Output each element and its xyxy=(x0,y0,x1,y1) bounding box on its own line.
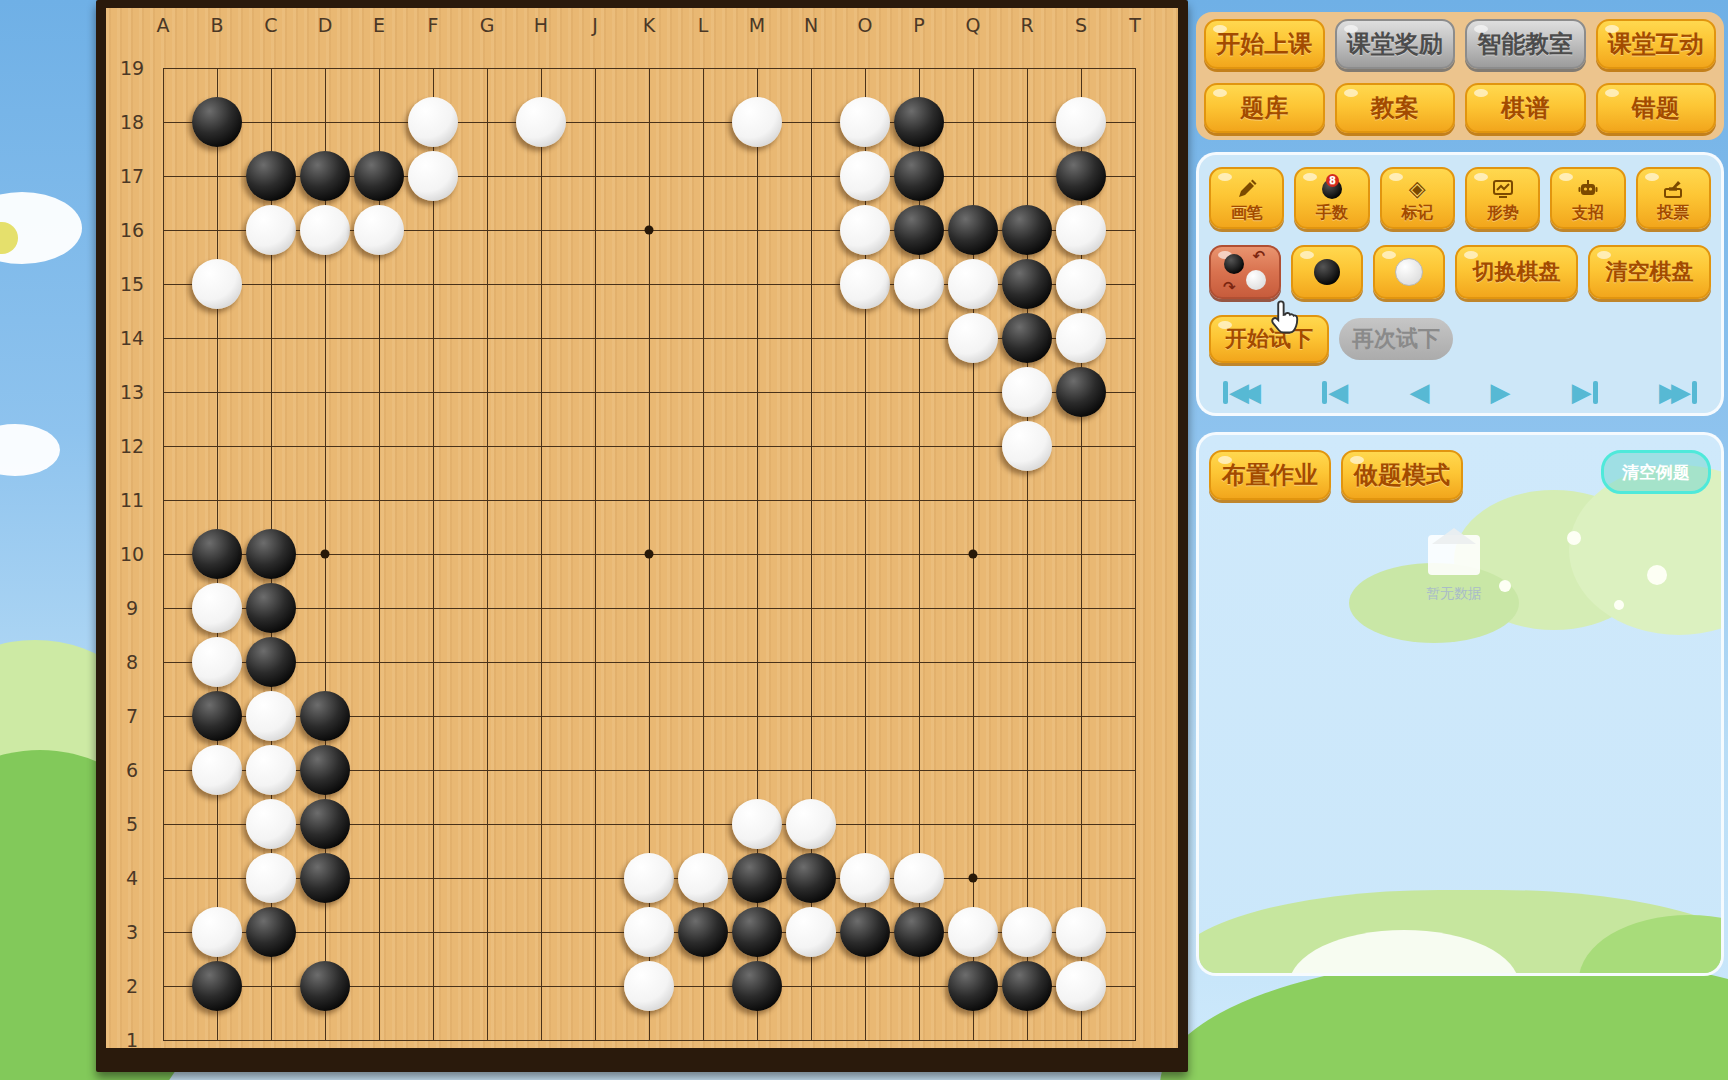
col-label-L: L xyxy=(698,14,709,36)
stone-black-L3[interactable] xyxy=(678,907,728,957)
stone-black-C10[interactable] xyxy=(246,529,296,579)
empty-envelope-icon xyxy=(1428,535,1480,575)
next-branch-icon[interactable]: ▶ xyxy=(1572,379,1598,405)
tools-row-stones: ↶↷ 切换棋盘 清空棋盘 xyxy=(1209,245,1711,299)
mark-label: 标记 xyxy=(1401,203,1433,224)
goban-stones[interactable] xyxy=(136,41,1162,1067)
start-class-button[interactable]: 开始上课 xyxy=(1204,19,1325,69)
mark-button[interactable]: ◈ 标记 xyxy=(1380,167,1455,229)
move-count-icon: 8 xyxy=(1322,177,1342,201)
place-black-button[interactable] xyxy=(1291,245,1363,299)
stone-white-C6[interactable] xyxy=(246,745,296,795)
stone-white-C7[interactable] xyxy=(246,691,296,741)
stone-white-Q15[interactable] xyxy=(948,259,998,309)
go-board[interactable]: ABCDEFGHJKLMNOPQRST 19181716151413121110… xyxy=(96,0,1188,1072)
stone-white-Q3[interactable] xyxy=(948,907,998,957)
stone-white-C16[interactable] xyxy=(246,205,296,255)
step-back-icon[interactable]: ◀ xyxy=(1409,379,1429,405)
stone-black-M3[interactable] xyxy=(732,907,782,957)
bush-dot xyxy=(1614,600,1624,610)
col-label-F: F xyxy=(428,14,439,36)
stone-white-R12[interactable] xyxy=(1002,421,1052,471)
stone-black-R16[interactable] xyxy=(1002,205,1052,255)
stone-black-S13[interactable] xyxy=(1056,367,1106,417)
stone-black-D4[interactable] xyxy=(300,853,350,903)
stone-white-S3[interactable] xyxy=(1056,907,1106,957)
stone-black-N4[interactable] xyxy=(786,853,836,903)
lesson-plan-button[interactable]: 教案 xyxy=(1335,83,1456,133)
stone-white-N5[interactable] xyxy=(786,799,836,849)
situation-button[interactable]: 形势 xyxy=(1465,167,1540,229)
stone-black-B10[interactable] xyxy=(192,529,242,579)
stone-white-B9[interactable] xyxy=(192,583,242,633)
stone-white-S18[interactable] xyxy=(1056,97,1106,147)
stone-white-N3[interactable] xyxy=(786,907,836,957)
stone-white-B15[interactable] xyxy=(192,259,242,309)
alternate-color-button[interactable]: ↶↷ xyxy=(1209,245,1281,299)
col-label-C: C xyxy=(264,14,277,36)
col-label-E: E xyxy=(373,14,385,36)
stone-white-P4[interactable] xyxy=(894,853,944,903)
stone-black-C3[interactable] xyxy=(246,907,296,957)
col-label-H: H xyxy=(534,14,548,36)
stone-black-P3[interactable] xyxy=(894,907,944,957)
cloud xyxy=(0,424,60,476)
bush-dot xyxy=(1647,565,1667,585)
stone-white-B6[interactable] xyxy=(192,745,242,795)
stone-black-D5[interactable] xyxy=(300,799,350,849)
stone-black-D7[interactable] xyxy=(300,691,350,741)
wrong-questions-button[interactable]: 错题 xyxy=(1596,83,1717,133)
col-label-S: S xyxy=(1075,14,1087,36)
stone-white-F18[interactable] xyxy=(408,97,458,147)
stone-black-B18[interactable] xyxy=(192,97,242,147)
stone-white-S2[interactable] xyxy=(1056,961,1106,1011)
tools-panel: 画笔 8 手数 ◈ 标记 形势 支招 xyxy=(1196,152,1724,416)
app-root: { "game": "go", "board": { "size": 19, "… xyxy=(0,0,1728,1080)
stone-white-O18[interactable] xyxy=(840,97,890,147)
mark-icon: ◈ xyxy=(1409,177,1426,201)
stone-black-D17[interactable] xyxy=(300,151,350,201)
col-label-T: T xyxy=(1129,14,1141,36)
col-label-Q: Q xyxy=(966,14,981,36)
stone-white-Q14[interactable] xyxy=(948,313,998,363)
brush-button[interactable]: 画笔 xyxy=(1209,167,1284,229)
empty-state-text: 暂无数据 xyxy=(1394,585,1514,603)
stone-white-L4[interactable] xyxy=(678,853,728,903)
stone-white-D16[interactable] xyxy=(300,205,350,255)
practice-mode-button[interactable]: 做题模式 xyxy=(1341,450,1463,500)
vote-button[interactable]: 投票 xyxy=(1636,167,1711,229)
clear-examples-button[interactable]: 清空例题 xyxy=(1601,450,1711,494)
col-label-O: O xyxy=(858,14,873,36)
stone-white-K2[interactable] xyxy=(624,961,674,1011)
col-label-K: K xyxy=(643,14,655,36)
hint-robot-icon xyxy=(1577,177,1599,201)
classroom-panel: 开始上课 课堂奖励 智能教室 课堂互动 题库 教案 棋谱 错题 xyxy=(1196,12,1724,140)
mouse-hand-cursor xyxy=(1268,300,1302,338)
assign-homework-button[interactable]: 布置作业 xyxy=(1209,450,1331,500)
stone-white-S14[interactable] xyxy=(1056,313,1106,363)
stone-black-C9[interactable] xyxy=(246,583,296,633)
stone-black-P18[interactable] xyxy=(894,97,944,147)
col-label-J: J xyxy=(592,14,598,36)
stone-white-F17[interactable] xyxy=(408,151,458,201)
stone-black-D2[interactable] xyxy=(300,961,350,1011)
move-count-label: 手数 xyxy=(1316,203,1348,224)
stone-white-P15[interactable] xyxy=(894,259,944,309)
col-label-B: B xyxy=(210,14,223,36)
situation-icon xyxy=(1492,177,1514,201)
game-record-button[interactable]: 棋谱 xyxy=(1465,83,1586,133)
question-bank-button[interactable]: 题库 xyxy=(1204,83,1325,133)
brush-label: 画笔 xyxy=(1231,203,1263,224)
stone-white-M18[interactable] xyxy=(732,97,782,147)
stone-black-O3[interactable] xyxy=(840,907,890,957)
col-label-P: P xyxy=(913,14,924,36)
col-label-A: A xyxy=(157,14,170,36)
stone-black-B7[interactable] xyxy=(192,691,242,741)
stone-black-Q16[interactable] xyxy=(948,205,998,255)
stone-white-O16[interactable] xyxy=(840,205,890,255)
go-to-end-icon[interactable]: ▶▶ xyxy=(1659,379,1697,405)
hint-label: 支招 xyxy=(1572,203,1604,224)
tools-row-icons: 画笔 8 手数 ◈ 标记 形势 支招 xyxy=(1209,167,1711,229)
stone-black-D6[interactable] xyxy=(300,745,350,795)
retry-button[interactable]: 再次试下 xyxy=(1339,318,1453,360)
stone-black-C17[interactable] xyxy=(246,151,296,201)
step-forward-icon[interactable]: ▶ xyxy=(1491,379,1511,405)
stone-black-R2[interactable] xyxy=(1002,961,1052,1011)
move-count-button[interactable]: 8 手数 xyxy=(1294,167,1369,229)
smart-classroom-button[interactable]: 智能教室 xyxy=(1465,19,1586,69)
situation-label: 形势 xyxy=(1487,203,1519,224)
classroom-row-1: 开始上课 课堂奖励 智能教室 课堂互动 xyxy=(1204,19,1716,69)
clear-board-button[interactable]: 清空棋盘 xyxy=(1588,245,1711,299)
stone-black-R15[interactable] xyxy=(1002,259,1052,309)
bush-dot xyxy=(1567,531,1581,545)
col-label-R: R xyxy=(1020,14,1033,36)
homework-row: 布置作业 做题模式 清空例题 xyxy=(1199,435,1721,500)
stone-black-E17[interactable] xyxy=(354,151,404,201)
stone-white-S15[interactable] xyxy=(1056,259,1106,309)
stone-white-C5[interactable] xyxy=(246,799,296,849)
stone-black-M4[interactable] xyxy=(732,853,782,903)
board-wood[interactable]: ABCDEFGHJKLMNOPQRST 19181716151413121110… xyxy=(106,8,1178,1048)
go-to-start-icon[interactable]: ◀◀ xyxy=(1223,379,1261,405)
stone-black-P17[interactable] xyxy=(894,151,944,201)
vote-label: 投票 xyxy=(1657,203,1689,224)
stone-white-K4[interactable] xyxy=(624,853,674,903)
vote-icon xyxy=(1662,177,1684,201)
col-label-G: G xyxy=(480,14,495,36)
stone-white-E16[interactable] xyxy=(354,205,404,255)
class-reward-button[interactable]: 课堂奖励 xyxy=(1335,19,1456,69)
stone-white-R13[interactable] xyxy=(1002,367,1052,417)
stone-black-S17[interactable] xyxy=(1056,151,1106,201)
stone-white-C4[interactable] xyxy=(246,853,296,903)
empty-state: 暂无数据 xyxy=(1394,535,1514,603)
col-label-D: D xyxy=(318,14,333,36)
stone-white-H18[interactable] xyxy=(516,97,566,147)
stone-black-C8[interactable] xyxy=(246,637,296,687)
col-label-M: M xyxy=(749,14,765,36)
stone-white-B3[interactable] xyxy=(192,907,242,957)
stone-white-O4[interactable] xyxy=(840,853,890,903)
black-stone-icon xyxy=(1314,259,1340,285)
stone-black-Q2[interactable] xyxy=(948,961,998,1011)
hint-button[interactable]: 支招 xyxy=(1550,167,1625,229)
stone-black-B2[interactable] xyxy=(192,961,242,1011)
class-interaction-button[interactable]: 课堂互动 xyxy=(1596,19,1717,69)
place-white-button[interactable] xyxy=(1373,245,1445,299)
stone-black-P16[interactable] xyxy=(894,205,944,255)
swap-colors-icon: ↶↷ xyxy=(1223,253,1267,291)
stone-white-O17[interactable] xyxy=(840,151,890,201)
stone-white-K3[interactable] xyxy=(624,907,674,957)
prev-branch-icon[interactable]: ◀ xyxy=(1322,379,1348,405)
homework-panel: 布置作业 做题模式 清空例题 暂无数据 xyxy=(1196,432,1724,976)
stone-black-R14[interactable] xyxy=(1002,313,1052,363)
stone-white-R3[interactable] xyxy=(1002,907,1052,957)
classroom-row-2: 题库 教案 棋谱 错题 xyxy=(1204,83,1716,133)
pencil-icon xyxy=(1236,177,1258,201)
stone-white-B8[interactable] xyxy=(192,637,242,687)
stone-white-S16[interactable] xyxy=(1056,205,1106,255)
switch-board-button[interactable]: 切换棋盘 xyxy=(1455,245,1578,299)
stone-black-M2[interactable] xyxy=(732,961,782,1011)
stone-white-O15[interactable] xyxy=(840,259,890,309)
col-label-N: N xyxy=(804,14,818,36)
navigation-row: ◀◀ ◀ ◀ ▶ ▶ ▶▶ xyxy=(1209,379,1711,405)
white-stone-icon xyxy=(1395,258,1423,286)
stone-white-M5[interactable] xyxy=(732,799,782,849)
